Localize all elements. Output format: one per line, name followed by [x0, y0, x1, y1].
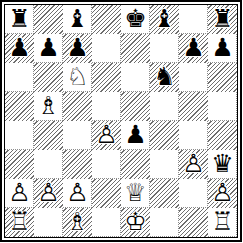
square-h6[interactable] — [208, 63, 237, 92]
piece-black-pawn: ♟ — [63, 34, 92, 63]
piece-black-pawn: ♟ — [121, 121, 150, 150]
square-e7[interactable] — [121, 34, 150, 63]
chess-board: ♜♝♚♝♜♟♟♟♟♟♞♘♞♝♗♟♙♟♟♙♛♟♙♟♙♟♙♛♕♟♙♜♖♝♗♚♔♜♖ — [5, 5, 237, 237]
piece-black-rook: ♜ — [5, 5, 34, 34]
square-h1[interactable]: ♜♖ — [208, 208, 237, 237]
piece-white-bishop: ♝♗ — [34, 92, 63, 121]
square-d6[interactable] — [92, 63, 121, 92]
square-a4[interactable] — [5, 121, 34, 150]
square-a2[interactable]: ♟♙ — [5, 179, 34, 208]
square-d7[interactable] — [92, 34, 121, 63]
square-b2[interactable]: ♟♙ — [34, 179, 63, 208]
square-a5[interactable] — [5, 92, 34, 121]
piece-black-pawn: ♟ — [5, 34, 34, 63]
square-g3[interactable]: ♟♙ — [179, 150, 208, 179]
square-g8[interactable] — [179, 5, 208, 34]
square-g4[interactable] — [179, 121, 208, 150]
square-c5[interactable] — [63, 92, 92, 121]
square-g1[interactable] — [179, 208, 208, 237]
square-b4[interactable] — [34, 121, 63, 150]
piece-white-pawn: ♟♙ — [179, 150, 208, 179]
piece-black-king: ♚ — [121, 5, 150, 34]
square-c2[interactable]: ♟♙ — [63, 179, 92, 208]
square-a1[interactable]: ♜♖ — [5, 208, 34, 237]
square-e8[interactable]: ♚ — [121, 5, 150, 34]
piece-black-bishop: ♝ — [150, 5, 179, 34]
square-a6[interactable] — [5, 63, 34, 92]
square-g5[interactable] — [179, 92, 208, 121]
piece-white-king: ♚♔ — [121, 208, 150, 237]
piece-black-pawn: ♟ — [208, 34, 237, 63]
square-h4[interactable] — [208, 121, 237, 150]
piece-white-pawn: ♟♙ — [34, 179, 63, 208]
piece-black-pawn: ♟ — [179, 34, 208, 63]
square-d5[interactable] — [92, 92, 121, 121]
square-f2[interactable] — [150, 179, 179, 208]
square-d3[interactable] — [92, 150, 121, 179]
square-f1[interactable] — [150, 208, 179, 237]
square-b5[interactable]: ♝♗ — [34, 92, 63, 121]
square-h5[interactable] — [208, 92, 237, 121]
square-e2[interactable]: ♛♕ — [121, 179, 150, 208]
piece-black-queen: ♛ — [208, 150, 237, 179]
piece-white-queen: ♛♕ — [121, 179, 150, 208]
square-a3[interactable] — [5, 150, 34, 179]
square-e4[interactable]: ♟ — [121, 121, 150, 150]
square-d1[interactable] — [92, 208, 121, 237]
piece-black-rook: ♜ — [208, 5, 237, 34]
board-frame: ♜♝♚♝♜♟♟♟♟♟♞♘♞♝♗♟♙♟♟♙♛♟♙♟♙♟♙♛♕♟♙♜♖♝♗♚♔♜♖ — [0, 0, 242, 242]
piece-white-rook: ♜♖ — [208, 208, 237, 237]
square-c1[interactable]: ♝♗ — [63, 208, 92, 237]
square-h2[interactable]: ♟♙ — [208, 179, 237, 208]
square-b3[interactable] — [34, 150, 63, 179]
square-b1[interactable] — [34, 208, 63, 237]
square-d2[interactable] — [92, 179, 121, 208]
piece-white-pawn: ♟♙ — [92, 121, 121, 150]
piece-white-pawn: ♟♙ — [5, 179, 34, 208]
piece-white-pawn: ♟♙ — [63, 179, 92, 208]
piece-white-rook: ♜♖ — [5, 208, 34, 237]
square-c3[interactable] — [63, 150, 92, 179]
square-g2[interactable] — [179, 179, 208, 208]
square-f4[interactable] — [150, 121, 179, 150]
square-d4[interactable]: ♟♙ — [92, 121, 121, 150]
piece-white-knight: ♞♘ — [63, 63, 92, 92]
square-b7[interactable]: ♟ — [34, 34, 63, 63]
square-b8[interactable] — [34, 5, 63, 34]
square-e6[interactable] — [121, 63, 150, 92]
piece-black-bishop: ♝ — [63, 5, 92, 34]
square-f8[interactable]: ♝ — [150, 5, 179, 34]
piece-black-knight: ♞ — [150, 63, 179, 92]
square-e1[interactable]: ♚♔ — [121, 208, 150, 237]
board-inner-border: ♜♝♚♝♜♟♟♟♟♟♞♘♞♝♗♟♙♟♟♙♛♟♙♟♙♟♙♛♕♟♙♜♖♝♗♚♔♜♖ — [4, 4, 238, 238]
square-a7[interactable]: ♟ — [5, 34, 34, 63]
square-c4[interactable] — [63, 121, 92, 150]
square-g7[interactable]: ♟ — [179, 34, 208, 63]
square-f3[interactable] — [150, 150, 179, 179]
square-b6[interactable] — [34, 63, 63, 92]
square-d8[interactable] — [92, 5, 121, 34]
square-f5[interactable] — [150, 92, 179, 121]
square-h7[interactable]: ♟ — [208, 34, 237, 63]
piece-white-pawn: ♟♙ — [208, 179, 237, 208]
square-a8[interactable]: ♜ — [5, 5, 34, 34]
square-h8[interactable]: ♜ — [208, 5, 237, 34]
piece-black-pawn: ♟ — [34, 34, 63, 63]
square-f7[interactable] — [150, 34, 179, 63]
square-c6[interactable]: ♞♘ — [63, 63, 92, 92]
square-h3[interactable]: ♛ — [208, 150, 237, 179]
square-g6[interactable] — [179, 63, 208, 92]
square-c7[interactable]: ♟ — [63, 34, 92, 63]
square-f6[interactable]: ♞ — [150, 63, 179, 92]
square-e3[interactable] — [121, 150, 150, 179]
piece-white-bishop: ♝♗ — [63, 208, 92, 237]
square-c8[interactable]: ♝ — [63, 5, 92, 34]
square-e5[interactable] — [121, 92, 150, 121]
